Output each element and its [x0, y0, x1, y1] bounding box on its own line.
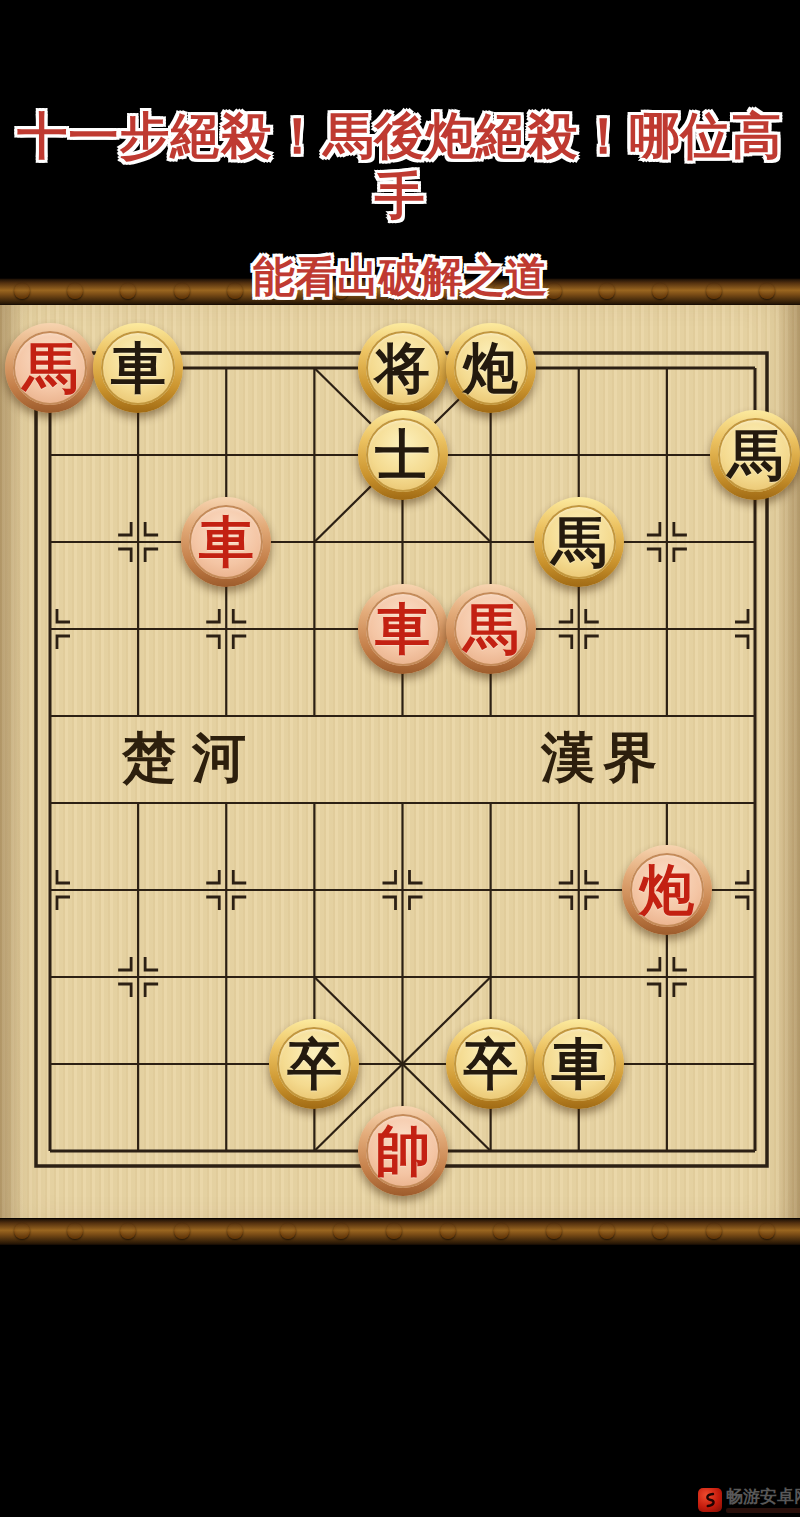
watermark-brand: 畅游安卓网 [726, 1488, 800, 1506]
stud-rivet-icon [333, 1223, 349, 1239]
piece-glyph: 卒 [287, 1037, 342, 1092]
watermark: 畅游安卓网 [698, 1488, 800, 1513]
piece-red-chariot[interactable]: 車 [358, 584, 448, 674]
piece-red-horse[interactable]: 馬 [446, 584, 536, 674]
piece-glyph: 車 [375, 602, 430, 657]
piece-glyph: 将 [375, 341, 430, 396]
stud-rivet-icon [120, 1223, 136, 1239]
piece-glyph: 炮 [639, 863, 694, 918]
piece-black-soldier[interactable]: 卒 [446, 1019, 536, 1109]
stud-rivet-icon [759, 1223, 775, 1239]
stud-rivet-icon [599, 1223, 615, 1239]
stud-rivet-icon [174, 1223, 190, 1239]
piece-black-advisor[interactable]: 士 [358, 410, 448, 500]
piece-glyph: 馬 [728, 428, 783, 483]
board-frame-bottom [0, 1218, 800, 1245]
stud-rivet-icon [546, 1223, 562, 1239]
stud-rivet-icon [67, 1223, 83, 1239]
piece-black-horse[interactable]: 馬 [710, 410, 800, 500]
stud-rivet-icon [652, 1223, 668, 1239]
watermark-subtext-bar [726, 1508, 800, 1513]
piece-glyph: 馬 [551, 515, 606, 570]
piece-red-horse[interactable]: 馬 [5, 323, 95, 413]
piece-black-horse[interactable]: 馬 [534, 497, 624, 587]
piece-glyph: 帥 [375, 1124, 430, 1179]
stud-rivet-icon [706, 1223, 722, 1239]
piece-red-general[interactable]: 帥 [358, 1106, 448, 1196]
piece-glyph: 車 [551, 1037, 606, 1092]
piece-black-cannon[interactable]: 炮 [446, 323, 536, 413]
piece-glyph: 馬 [23, 341, 78, 396]
piece-glyph: 炮 [463, 341, 518, 396]
stud-rivet-icon [227, 1223, 243, 1239]
piece-glyph: 車 [199, 515, 254, 570]
piece-glyph: 馬 [463, 602, 518, 657]
piece-black-chariot[interactable]: 車 [534, 1019, 624, 1109]
puzzle-title-line2: 能看出破解之道 [0, 252, 800, 302]
stud-rivet-icon [493, 1223, 509, 1239]
watermark-logo-icon [698, 1488, 722, 1512]
piece-black-soldier[interactable]: 卒 [269, 1019, 359, 1109]
piece-black-general[interactable]: 将 [358, 323, 448, 413]
puzzle-title: 十一步絕殺！馬後炮絕殺！哪位高手 能看出破解之道 [0, 106, 800, 302]
river-label-han: 漢界 [541, 731, 665, 785]
stud-rivet-icon [280, 1223, 296, 1239]
piece-glyph: 車 [111, 341, 166, 396]
puzzle-title-line1: 十一步絕殺！馬後炮絕殺！哪位高手 [0, 106, 800, 226]
piece-red-cannon[interactable]: 炮 [622, 845, 712, 935]
xiangqi-board: 楚河 漢界 馬車将炮士馬車馬車馬炮卒卒車帥 [0, 278, 800, 1245]
piece-glyph: 卒 [463, 1037, 518, 1092]
piece-red-chariot[interactable]: 車 [181, 497, 271, 587]
river-label-chu: 楚河 [122, 731, 262, 785]
piece-glyph: 士 [375, 428, 430, 483]
stud-rivet-icon [440, 1223, 456, 1239]
piece-black-chariot[interactable]: 車 [93, 323, 183, 413]
stud-rivet-icon [14, 1223, 30, 1239]
stud-rivet-icon [386, 1223, 402, 1239]
